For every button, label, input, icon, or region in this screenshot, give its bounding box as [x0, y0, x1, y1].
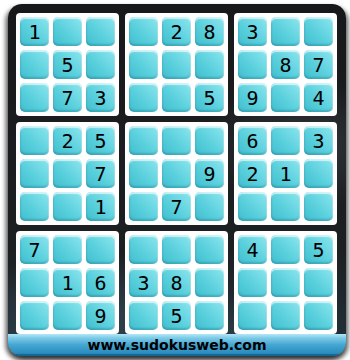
cell-r9c2[interactable] — [53, 301, 82, 330]
box-r1c3: 38794 — [234, 13, 337, 116]
cell-r1c8[interactable] — [271, 17, 300, 46]
box-r1c1: 1573 — [16, 13, 119, 116]
box-r3c2: 385 — [125, 231, 228, 334]
cell-r4c4[interactable] — [129, 126, 158, 155]
cell-r8c4[interactable]: 3 — [129, 268, 158, 297]
site-url-link[interactable]: www.sudokusweb.com — [87, 337, 266, 353]
cell-r8c6[interactable] — [195, 268, 224, 297]
box-r3c3: 45 — [234, 231, 337, 334]
cell-r4c3[interactable]: 5 — [86, 126, 115, 155]
cell-r1c6[interactable]: 8 — [195, 17, 224, 46]
cell-r1c5[interactable]: 2 — [162, 17, 191, 46]
cell-r2c9[interactable]: 7 — [304, 50, 333, 79]
cell-r7c3[interactable] — [86, 235, 115, 264]
cell-r5c1[interactable] — [20, 159, 49, 188]
cell-r5c4[interactable] — [129, 159, 158, 188]
cell-r6c4[interactable] — [129, 192, 158, 221]
cell-r3c8[interactable] — [271, 83, 300, 112]
cell-r6c6[interactable] — [195, 192, 224, 221]
box-r2c2: 97 — [125, 122, 228, 225]
cell-r9c7[interactable] — [238, 301, 267, 330]
cell-r2c3[interactable] — [86, 50, 115, 79]
sudoku-page: 1573285387942571976321716938545 www.sudo… — [0, 0, 350, 360]
cell-r9c4[interactable] — [129, 301, 158, 330]
cell-r4c8[interactable] — [271, 126, 300, 155]
cell-r9c8[interactable] — [271, 301, 300, 330]
cell-r2c8[interactable]: 8 — [271, 50, 300, 79]
cell-r3c4[interactable] — [129, 83, 158, 112]
cell-r9c9[interactable] — [304, 301, 333, 330]
cell-r6c5[interactable]: 7 — [162, 192, 191, 221]
puzzle-frame: 1573285387942571976321716938545 www.sudo… — [8, 4, 346, 356]
cell-r4c2[interactable]: 2 — [53, 126, 82, 155]
cell-r8c9[interactable] — [304, 268, 333, 297]
cell-r1c3[interactable] — [86, 17, 115, 46]
cell-r1c7[interactable]: 3 — [238, 17, 267, 46]
cell-r6c7[interactable] — [238, 192, 267, 221]
cell-r2c7[interactable] — [238, 50, 267, 79]
cell-r5c8[interactable]: 1 — [271, 159, 300, 188]
box-r2c1: 2571 — [16, 122, 119, 225]
cell-r5c9[interactable] — [304, 159, 333, 188]
cell-r6c1[interactable] — [20, 192, 49, 221]
cell-r1c4[interactable] — [129, 17, 158, 46]
cell-r7c8[interactable] — [271, 235, 300, 264]
cell-r3c7[interactable]: 9 — [238, 83, 267, 112]
cell-r9c6[interactable] — [195, 301, 224, 330]
cell-r2c6[interactable] — [195, 50, 224, 79]
cell-r3c1[interactable] — [20, 83, 49, 112]
cell-r7c7[interactable]: 4 — [238, 235, 267, 264]
cell-r1c9[interactable] — [304, 17, 333, 46]
cell-r8c2[interactable]: 1 — [53, 268, 82, 297]
cell-r7c4[interactable] — [129, 235, 158, 264]
cell-r6c2[interactable] — [53, 192, 82, 221]
box-r3c1: 7169 — [16, 231, 119, 334]
cell-r8c3[interactable]: 6 — [86, 268, 115, 297]
cell-r5c3[interactable]: 7 — [86, 159, 115, 188]
cell-r4c5[interactable] — [162, 126, 191, 155]
cell-r4c9[interactable]: 3 — [304, 126, 333, 155]
cell-r3c2[interactable]: 7 — [53, 83, 82, 112]
cell-r3c5[interactable] — [162, 83, 191, 112]
cell-r7c9[interactable]: 5 — [304, 235, 333, 264]
cell-r5c2[interactable] — [53, 159, 82, 188]
cell-r7c5[interactable] — [162, 235, 191, 264]
cell-r3c6[interactable]: 5 — [195, 83, 224, 112]
cell-r2c4[interactable] — [129, 50, 158, 79]
cell-r8c8[interactable] — [271, 268, 300, 297]
cell-r6c3[interactable]: 1 — [86, 192, 115, 221]
box-r1c2: 285 — [125, 13, 228, 116]
box-r2c3: 6321 — [234, 122, 337, 225]
cell-r4c7[interactable]: 6 — [238, 126, 267, 155]
cell-r5c5[interactable] — [162, 159, 191, 188]
cell-r9c5[interactable]: 5 — [162, 301, 191, 330]
footer-bar: www.sudokusweb.com — [8, 334, 346, 356]
cell-r6c8[interactable] — [271, 192, 300, 221]
cell-r4c1[interactable] — [20, 126, 49, 155]
cell-r2c5[interactable] — [162, 50, 191, 79]
sudoku-board: 1573285387942571976321716938545 — [16, 13, 337, 334]
cell-r5c7[interactable]: 2 — [238, 159, 267, 188]
cell-r7c2[interactable] — [53, 235, 82, 264]
cell-r7c6[interactable] — [195, 235, 224, 264]
cell-r9c1[interactable] — [20, 301, 49, 330]
cell-r5c6[interactable]: 9 — [195, 159, 224, 188]
cell-r2c1[interactable] — [20, 50, 49, 79]
cell-r3c9[interactable]: 4 — [304, 83, 333, 112]
cell-r8c1[interactable] — [20, 268, 49, 297]
cell-r1c1[interactable]: 1 — [20, 17, 49, 46]
cell-r8c5[interactable]: 8 — [162, 268, 191, 297]
cell-r2c2[interactable]: 5 — [53, 50, 82, 79]
cell-r6c9[interactable] — [304, 192, 333, 221]
cell-r1c2[interactable] — [53, 17, 82, 46]
cell-r3c3[interactable]: 3 — [86, 83, 115, 112]
cell-r8c7[interactable] — [238, 268, 267, 297]
cell-r9c3[interactable]: 9 — [86, 301, 115, 330]
cell-r4c6[interactable] — [195, 126, 224, 155]
cell-r7c1[interactable]: 7 — [20, 235, 49, 264]
